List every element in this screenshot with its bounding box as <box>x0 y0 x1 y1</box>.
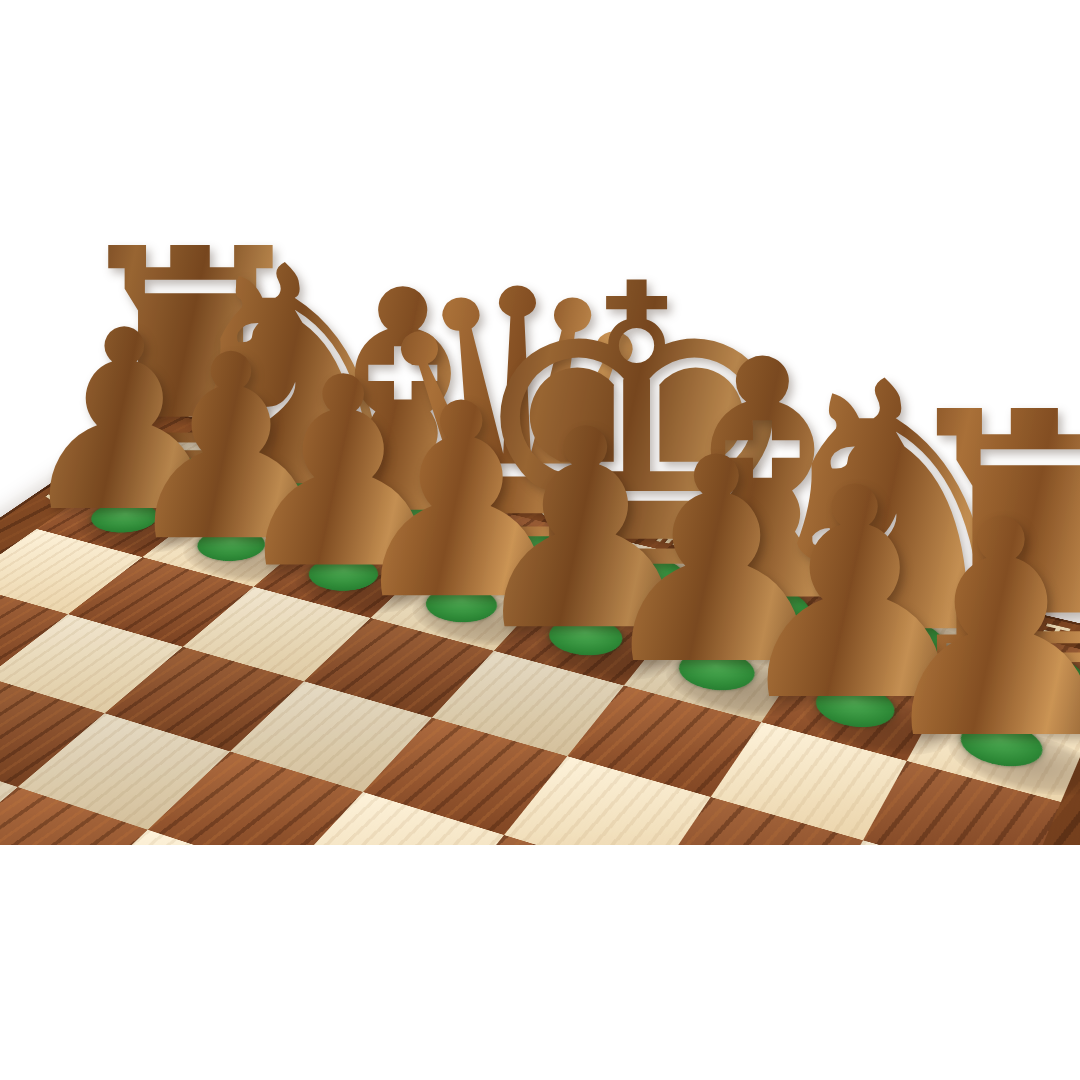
product-photo-canvas: ABCDEFGH87654321 ♜♞♝♛♚♝♞♜♟♟♟♟♟♟♟♟ <box>0 0 1080 1080</box>
board-scene: ABCDEFGH87654321 <box>0 0 1080 845</box>
file-label-text: D <box>532 504 572 521</box>
rank-label-text: 8 <box>104 445 141 459</box>
file-label-text: E <box>649 532 688 548</box>
file-label-text: G <box>900 589 942 608</box>
chess-board: ABCDEFGH87654321 <box>0 410 1080 845</box>
rank-label-text: 7 <box>35 491 73 506</box>
file-label-text: B <box>316 454 354 469</box>
file-label-text: H <box>1035 620 1078 641</box>
photo-area: ABCDEFGH87654321 ♜♞♝♛♚♝♞♜♟♟♟♟♟♟♟♟ <box>0 0 1080 845</box>
file-label-text: F <box>772 560 812 577</box>
file-label-text: C <box>422 479 460 494</box>
file-label-text: A <box>214 430 251 444</box>
